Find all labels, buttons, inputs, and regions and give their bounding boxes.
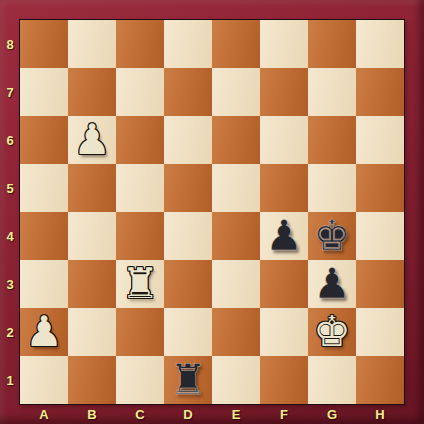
square-a8[interactable] [20, 20, 68, 68]
square-b6[interactable]: ♟ [68, 116, 116, 164]
piece-black-pawn-g3[interactable]: ♟ [308, 260, 356, 308]
square-b8[interactable] [68, 20, 116, 68]
square-e1[interactable] [212, 356, 260, 404]
square-a3[interactable] [20, 260, 68, 308]
square-g3[interactable]: ♟ [308, 260, 356, 308]
rank-label-3: 3 [0, 260, 20, 308]
square-h1[interactable] [356, 356, 404, 404]
piece-black-king-g4[interactable]: ♚ [308, 212, 356, 260]
square-e4[interactable] [212, 212, 260, 260]
square-a6[interactable] [20, 116, 68, 164]
square-b7[interactable] [68, 68, 116, 116]
square-b4[interactable] [68, 212, 116, 260]
rank-label-5: 5 [0, 164, 20, 212]
square-d7[interactable] [164, 68, 212, 116]
piece-black-pawn-f4[interactable]: ♟ [260, 212, 308, 260]
square-f4[interactable]: ♟ [260, 212, 308, 260]
piece-white-rook-c3[interactable]: ♜ [116, 260, 164, 308]
square-e7[interactable] [212, 68, 260, 116]
square-e6[interactable] [212, 116, 260, 164]
square-a1[interactable] [20, 356, 68, 404]
square-b1[interactable] [68, 356, 116, 404]
square-e2[interactable] [212, 308, 260, 356]
square-e8[interactable] [212, 20, 260, 68]
square-g1[interactable] [308, 356, 356, 404]
square-f1[interactable] [260, 356, 308, 404]
rank-label-1: 1 [0, 356, 20, 404]
square-d8[interactable] [164, 20, 212, 68]
square-e5[interactable] [212, 164, 260, 212]
rank-label-6: 6 [0, 116, 20, 164]
piece-black-rook-d1[interactable]: ♜ [164, 356, 212, 404]
square-h3[interactable] [356, 260, 404, 308]
square-g4[interactable]: ♚ [308, 212, 356, 260]
square-c3[interactable]: ♜ [116, 260, 164, 308]
square-g2[interactable]: ♚ [308, 308, 356, 356]
file-label-c: C [116, 404, 164, 424]
rank-label-8: 8 [0, 20, 20, 68]
square-f5[interactable] [260, 164, 308, 212]
file-label-h: H [356, 404, 404, 424]
square-c7[interactable] [116, 68, 164, 116]
square-b5[interactable] [68, 164, 116, 212]
square-g5[interactable] [308, 164, 356, 212]
rank-label-7: 7 [0, 68, 20, 116]
square-c5[interactable] [116, 164, 164, 212]
square-g6[interactable] [308, 116, 356, 164]
square-b3[interactable] [68, 260, 116, 308]
piece-white-king-g2[interactable]: ♚ [308, 308, 356, 356]
square-c4[interactable] [116, 212, 164, 260]
square-h4[interactable] [356, 212, 404, 260]
square-c8[interactable] [116, 20, 164, 68]
file-labels: A B C D E F G H [20, 404, 404, 424]
square-f3[interactable] [260, 260, 308, 308]
square-c6[interactable] [116, 116, 164, 164]
rank-label-4: 4 [0, 212, 20, 260]
chess-board: ♟♟♚♜♟♟♚♜ [20, 20, 404, 404]
square-h2[interactable] [356, 308, 404, 356]
file-label-f: F [260, 404, 308, 424]
square-d1[interactable]: ♜ [164, 356, 212, 404]
square-h7[interactable] [356, 68, 404, 116]
square-f6[interactable] [260, 116, 308, 164]
board-frame: 8 7 6 5 4 3 2 1 A B C D E F G H ♟♟♚♜♟♟♚♜ [0, 0, 424, 424]
square-b2[interactable] [68, 308, 116, 356]
square-d6[interactable] [164, 116, 212, 164]
square-a7[interactable] [20, 68, 68, 116]
rank-labels: 8 7 6 5 4 3 2 1 [0, 20, 20, 404]
square-a5[interactable] [20, 164, 68, 212]
square-c1[interactable] [116, 356, 164, 404]
piece-white-pawn-b6[interactable]: ♟ [68, 116, 116, 164]
square-a4[interactable] [20, 212, 68, 260]
square-d2[interactable] [164, 308, 212, 356]
file-label-e: E [212, 404, 260, 424]
square-g8[interactable] [308, 20, 356, 68]
file-label-g: G [308, 404, 356, 424]
square-f8[interactable] [260, 20, 308, 68]
square-e3[interactable] [212, 260, 260, 308]
piece-white-pawn-a2[interactable]: ♟ [20, 308, 68, 356]
square-g7[interactable] [308, 68, 356, 116]
square-d5[interactable] [164, 164, 212, 212]
square-a2[interactable]: ♟ [20, 308, 68, 356]
square-d3[interactable] [164, 260, 212, 308]
square-h5[interactable] [356, 164, 404, 212]
square-d4[interactable] [164, 212, 212, 260]
rank-label-2: 2 [0, 308, 20, 356]
file-label-d: D [164, 404, 212, 424]
square-h6[interactable] [356, 116, 404, 164]
square-c2[interactable] [116, 308, 164, 356]
square-h8[interactable] [356, 20, 404, 68]
square-f2[interactable] [260, 308, 308, 356]
file-label-a: A [20, 404, 68, 424]
file-label-b: B [68, 404, 116, 424]
square-f7[interactable] [260, 68, 308, 116]
